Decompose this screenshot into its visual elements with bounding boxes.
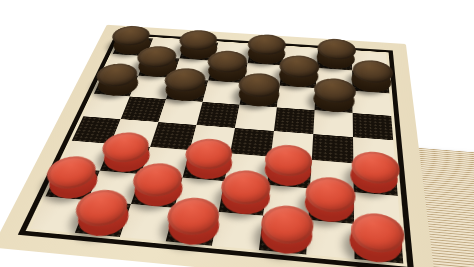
- red-checker[interactable]: [263, 154, 312, 189]
- board-grid: [30, 36, 403, 263]
- dark-checker[interactable]: [316, 47, 355, 70]
- checkers-board: [0, 25, 437, 267]
- red-checker[interactable]: [350, 160, 399, 196]
- square-h6: [352, 91, 391, 116]
- board-frame: [18, 32, 414, 267]
- square-e8[interactable]: [248, 45, 285, 66]
- square-f5[interactable]: [274, 107, 315, 134]
- square-b5[interactable]: [121, 97, 166, 123]
- square-h1[interactable]: [354, 224, 403, 264]
- square-h7[interactable]: [352, 70, 389, 93]
- square-g1: [306, 220, 354, 259]
- square-e2[interactable]: [219, 181, 268, 216]
- square-h3[interactable]: [353, 163, 397, 196]
- square-c6[interactable]: [166, 78, 208, 102]
- square-d3[interactable]: [183, 150, 230, 181]
- square-d5[interactable]: [196, 102, 239, 128]
- square-f1[interactable]: [259, 216, 308, 255]
- square-d1[interactable]: [166, 208, 219, 246]
- square-g2[interactable]: [308, 189, 354, 224]
- square-f3[interactable]: [267, 157, 312, 189]
- red-checker[interactable]: [349, 222, 403, 266]
- square-h5[interactable]: [353, 113, 393, 140]
- square-e5: [235, 105, 277, 131]
- square-c5: [158, 99, 202, 125]
- square-e1: [212, 212, 263, 250]
- square-g6[interactable]: [315, 88, 353, 113]
- square-f7[interactable]: [280, 66, 317, 89]
- photo-background: [0, 0, 474, 267]
- square-g5: [313, 110, 353, 137]
- dark-checker[interactable]: [351, 69, 392, 94]
- square-f6: [277, 86, 316, 111]
- square-g8[interactable]: [317, 49, 352, 70]
- square-g4[interactable]: [312, 134, 354, 163]
- square-e6[interactable]: [240, 83, 280, 107]
- red-checker[interactable]: [259, 214, 313, 257]
